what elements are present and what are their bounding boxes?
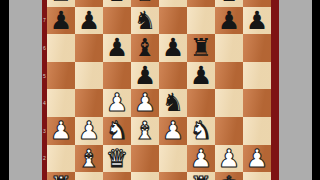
square-b3[interactable]: ♟ [75,117,103,145]
right-gray-bar [279,0,312,180]
square-f1[interactable]: ♜ [187,172,215,180]
square-a6[interactable] [47,34,75,62]
black-rook-icon: ♜ [187,34,215,62]
square-b7[interactable]: ♟ [75,7,103,35]
square-a5[interactable] [47,62,75,90]
square-b5[interactable] [75,62,103,90]
square-h1[interactable] [243,172,271,180]
video-frame: 765432 ♜♝♛♚♟♟♞♟♟♟♝♟♜♟♟♟♟♞♟♟♞♝♟♞♝♛♟♟♟♜♜♚ [0,0,320,180]
black-pawn-icon: ♟ [159,34,187,62]
square-e7[interactable] [159,7,187,35]
square-b6[interactable] [75,34,103,62]
white-pawn-icon: ♟ [187,145,215,173]
square-e2[interactable] [159,145,187,173]
square-f4[interactable] [187,89,215,117]
white-knight-icon: ♞ [103,117,131,145]
white-pawn-icon: ♟ [159,117,187,145]
square-d3[interactable]: ♝ [131,117,159,145]
white-bishop-icon: ♝ [75,145,103,173]
square-d4[interactable]: ♟ [131,89,159,117]
white-knight-icon: ♞ [187,117,215,145]
white-pawn-icon: ♟ [243,145,271,173]
square-b2[interactable]: ♝ [75,145,103,173]
black-pawn-icon: ♟ [131,62,159,90]
square-c7[interactable] [103,7,131,35]
square-a7[interactable]: ♟ [47,7,75,35]
square-e6[interactable]: ♟ [159,34,187,62]
square-g1[interactable]: ♚ [215,172,243,180]
square-f3[interactable]: ♞ [187,117,215,145]
black-pawn-icon: ♟ [47,7,75,35]
left-gray-bar [9,0,42,180]
square-e3[interactable]: ♟ [159,117,187,145]
square-a3[interactable]: ♟ [47,117,75,145]
square-d1[interactable] [131,172,159,180]
square-h4[interactable] [243,89,271,117]
square-d2[interactable] [131,145,159,173]
board-border: 765432 ♜♝♛♚♟♟♞♟♟♟♝♟♜♟♟♟♟♞♟♟♞♝♟♞♝♛♟♟♟♜♜♚ [42,0,279,180]
left-black-edge [0,0,9,180]
square-c6[interactable]: ♟ [103,34,131,62]
square-c8[interactable]: ♝ [103,0,131,7]
white-rook-icon: ♜ [187,172,215,180]
square-h7[interactable]: ♟ [243,7,271,35]
square-c1[interactable] [103,172,131,180]
white-pawn-icon: ♟ [215,145,243,173]
square-d6[interactable]: ♝ [131,34,159,62]
square-c3[interactable]: ♞ [103,117,131,145]
square-d5[interactable]: ♟ [131,62,159,90]
black-pawn-icon: ♟ [187,62,215,90]
chess-board: ♜♝♛♚♟♟♞♟♟♟♝♟♜♟♟♟♟♞♟♟♞♝♟♞♝♛♟♟♟♜♜♚ [47,0,271,180]
black-pawn-icon: ♟ [243,7,271,35]
black-knight-icon: ♞ [159,89,187,117]
right-black-edge [312,0,320,180]
square-b1[interactable] [75,172,103,180]
black-bishop-icon: ♝ [131,34,159,62]
square-f2[interactable]: ♟ [187,145,215,173]
board-border-right [271,0,279,180]
black-pawn-icon: ♟ [103,34,131,62]
square-g2[interactable]: ♟ [215,145,243,173]
white-king-icon: ♚ [215,172,243,180]
white-pawn-icon: ♟ [75,117,103,145]
white-rook-icon: ♜ [47,172,75,180]
square-e1[interactable] [159,172,187,180]
square-e5[interactable] [159,62,187,90]
square-a2[interactable] [47,145,75,173]
square-g3[interactable] [215,117,243,145]
square-h3[interactable] [243,117,271,145]
square-f8[interactable] [187,0,215,7]
black-knight-icon: ♞ [131,7,159,35]
board-viewport: ♜♝♛♚♟♟♞♟♟♟♝♟♜♟♟♟♟♞♟♟♞♝♟♞♝♛♟♟♟♜♜♚ [47,0,271,180]
square-c4[interactable]: ♟ [103,89,131,117]
square-h2[interactable]: ♟ [243,145,271,173]
square-g4[interactable] [215,89,243,117]
square-c2[interactable]: ♛ [103,145,131,173]
black-pawn-icon: ♟ [75,7,103,35]
square-e8[interactable] [159,0,187,7]
black-bishop-icon: ♝ [103,0,131,7]
white-pawn-icon: ♟ [131,89,159,117]
square-h5[interactable] [243,62,271,90]
square-g7[interactable]: ♟ [215,7,243,35]
square-f6[interactable]: ♜ [187,34,215,62]
white-pawn-icon: ♟ [47,117,75,145]
square-d7[interactable]: ♞ [131,7,159,35]
white-queen-icon: ♛ [103,145,131,173]
square-g6[interactable] [215,34,243,62]
square-a1[interactable]: ♜ [47,172,75,180]
square-e4[interactable]: ♞ [159,89,187,117]
black-pawn-icon: ♟ [215,7,243,35]
white-bishop-icon: ♝ [131,117,159,145]
square-f7[interactable] [187,7,215,35]
square-f5[interactable]: ♟ [187,62,215,90]
square-c5[interactable] [103,62,131,90]
square-g5[interactable] [215,62,243,90]
white-pawn-icon: ♟ [103,89,131,117]
square-b4[interactable] [75,89,103,117]
square-h6[interactable] [243,34,271,62]
square-a4[interactable] [47,89,75,117]
